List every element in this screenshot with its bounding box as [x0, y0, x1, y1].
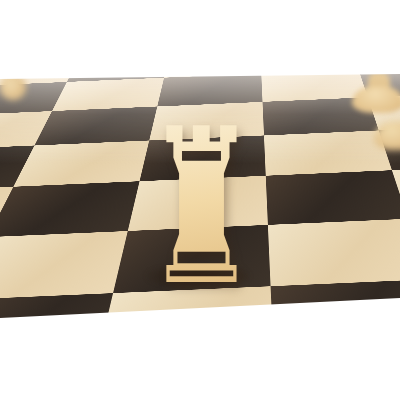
blurred-piece-1-base	[352, 86, 400, 113]
white-rook-glyph: ♜	[146, 100, 239, 315]
blurred-piece-2-base	[374, 122, 400, 150]
square-e4	[264, 130, 392, 175]
product-photo: ♜	[0, 0, 400, 400]
square-e3	[266, 170, 400, 225]
white-rook: ♜	[112, 100, 272, 315]
blurred-piece-1	[352, 74, 400, 114]
blurred-piece-3	[0, 74, 26, 100]
square-e1	[271, 279, 400, 324]
square-c2	[0, 231, 128, 300]
square-e2	[268, 219, 400, 286]
blurred-piece-2	[374, 118, 400, 152]
square-c1	[0, 293, 113, 324]
